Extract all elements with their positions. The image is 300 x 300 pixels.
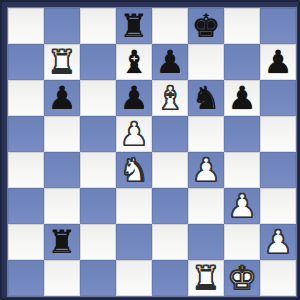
square-c3[interactable] [80,188,116,224]
black-bishop[interactable]: ♝ [116,44,152,80]
square-d3[interactable] [116,188,152,224]
square-a5[interactable] [8,116,44,152]
square-d2[interactable] [116,224,152,260]
square-h7[interactable]: ♟ [260,44,296,80]
square-g4[interactable] [224,152,260,188]
black-knight[interactable]: ♞ [188,80,224,116]
square-g2[interactable] [224,224,260,260]
square-a3[interactable] [8,188,44,224]
square-a8[interactable] [8,8,44,44]
square-e5[interactable] [152,116,188,152]
square-g8[interactable] [224,8,260,44]
chess-board: ♜♚♜♝♟♟♟♟♝♞♟♟♞♟♟♜♟♜♚ [8,8,296,296]
black-pawn[interactable]: ♟ [260,44,296,80]
square-c4[interactable] [80,152,116,188]
square-e3[interactable] [152,188,188,224]
square-h1[interactable] [260,260,296,296]
square-b3[interactable] [44,188,80,224]
black-king[interactable]: ♚ [188,8,224,44]
square-c8[interactable] [80,8,116,44]
square-b4[interactable] [44,152,80,188]
square-b1[interactable] [44,260,80,296]
square-d6[interactable]: ♟ [116,80,152,116]
square-h8[interactable] [260,8,296,44]
square-c6[interactable] [80,80,116,116]
square-f1[interactable]: ♜ [188,260,224,296]
square-d7[interactable]: ♝ [116,44,152,80]
square-a2[interactable] [8,224,44,260]
white-pawn[interactable]: ♟ [116,116,152,152]
square-e7[interactable]: ♟ [152,44,188,80]
square-f8[interactable]: ♚ [188,8,224,44]
square-g6[interactable]: ♟ [224,80,260,116]
white-bishop[interactable]: ♝ [152,80,188,116]
square-b2[interactable]: ♜ [44,224,80,260]
white-pawn[interactable]: ♟ [260,224,296,260]
square-d4[interactable]: ♞ [116,152,152,188]
white-rook[interactable]: ♜ [188,260,224,296]
board-frame: ♜♚♜♝♟♟♟♟♝♞♟♟♞♟♟♜♟♜♚ [0,0,300,300]
black-rook[interactable]: ♜ [44,224,80,260]
white-pawn[interactable]: ♟ [224,188,260,224]
square-g1[interactable]: ♚ [224,260,260,296]
square-f5[interactable] [188,116,224,152]
square-f3[interactable] [188,188,224,224]
square-h6[interactable] [260,80,296,116]
square-a7[interactable] [8,44,44,80]
square-e2[interactable] [152,224,188,260]
white-knight[interactable]: ♞ [116,152,152,188]
square-e8[interactable] [152,8,188,44]
square-g3[interactable]: ♟ [224,188,260,224]
square-a4[interactable] [8,152,44,188]
square-h5[interactable] [260,116,296,152]
square-f4[interactable]: ♟ [188,152,224,188]
square-c1[interactable] [80,260,116,296]
square-f7[interactable] [188,44,224,80]
white-pawn[interactable]: ♟ [188,152,224,188]
square-b5[interactable] [44,116,80,152]
square-d1[interactable] [116,260,152,296]
black-pawn[interactable]: ♟ [224,80,260,116]
square-b8[interactable] [44,8,80,44]
square-f6[interactable]: ♞ [188,80,224,116]
black-pawn[interactable]: ♟ [152,44,188,80]
black-pawn[interactable]: ♟ [116,80,152,116]
square-f2[interactable] [188,224,224,260]
square-h4[interactable] [260,152,296,188]
square-a6[interactable] [8,80,44,116]
square-g7[interactable] [224,44,260,80]
square-h3[interactable] [260,188,296,224]
black-pawn[interactable]: ♟ [44,80,80,116]
square-e4[interactable] [152,152,188,188]
square-c5[interactable] [80,116,116,152]
square-b7[interactable]: ♜ [44,44,80,80]
square-c2[interactable] [80,224,116,260]
black-rook[interactable]: ♜ [116,8,152,44]
square-h2[interactable]: ♟ [260,224,296,260]
square-a1[interactable] [8,260,44,296]
white-rook[interactable]: ♜ [44,44,80,80]
white-king[interactable]: ♚ [224,260,260,296]
square-e6[interactable]: ♝ [152,80,188,116]
square-b6[interactable]: ♟ [44,80,80,116]
square-d5[interactable]: ♟ [116,116,152,152]
square-e1[interactable] [152,260,188,296]
square-d8[interactable]: ♜ [116,8,152,44]
square-c7[interactable] [80,44,116,80]
square-g5[interactable] [224,116,260,152]
